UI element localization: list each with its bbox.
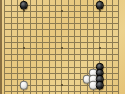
grid-line-vertical bbox=[68, 0, 69, 94]
grid-line-vertical bbox=[11, 0, 12, 94]
grid-line-vertical bbox=[80, 0, 81, 94]
black-stone[interactable] bbox=[95, 1, 103, 9]
grid-line-vertical bbox=[74, 0, 75, 94]
grid-line-horizontal bbox=[4, 17, 119, 18]
star-point bbox=[61, 84, 63, 86]
grid-line-vertical bbox=[55, 0, 56, 94]
grid-line-horizontal bbox=[4, 91, 119, 92]
star-point bbox=[23, 10, 25, 12]
grid-line-horizontal bbox=[4, 23, 119, 24]
grid-line-horizontal bbox=[4, 42, 119, 43]
star-point bbox=[99, 47, 101, 49]
grid-line-vertical bbox=[4, 0, 5, 94]
grid-line-vertical bbox=[17, 0, 18, 94]
go-board[interactable] bbox=[0, 0, 125, 94]
grid-line-horizontal bbox=[4, 54, 119, 55]
grid-line-vertical bbox=[112, 0, 113, 94]
black-stone[interactable] bbox=[20, 1, 28, 9]
grid-line-horizontal bbox=[4, 29, 119, 30]
screenshot-stage bbox=[0, 0, 125, 94]
grid-line-vertical bbox=[49, 0, 50, 94]
board-left-edge-shadow bbox=[0, 0, 2, 94]
star-point bbox=[99, 10, 101, 12]
grid-line-vertical bbox=[118, 0, 119, 94]
grid-line-horizontal bbox=[4, 60, 119, 61]
star-point bbox=[23, 47, 25, 49]
star-point bbox=[61, 10, 63, 12]
star-point bbox=[61, 47, 63, 49]
grid-line-vertical bbox=[36, 0, 37, 94]
grid-line-vertical bbox=[106, 0, 107, 94]
white-stone[interactable] bbox=[20, 81, 28, 89]
grid-line-vertical bbox=[30, 0, 31, 94]
grid-line-horizontal bbox=[4, 36, 119, 37]
black-stone[interactable] bbox=[95, 81, 103, 89]
grid-line-vertical bbox=[42, 0, 43, 94]
